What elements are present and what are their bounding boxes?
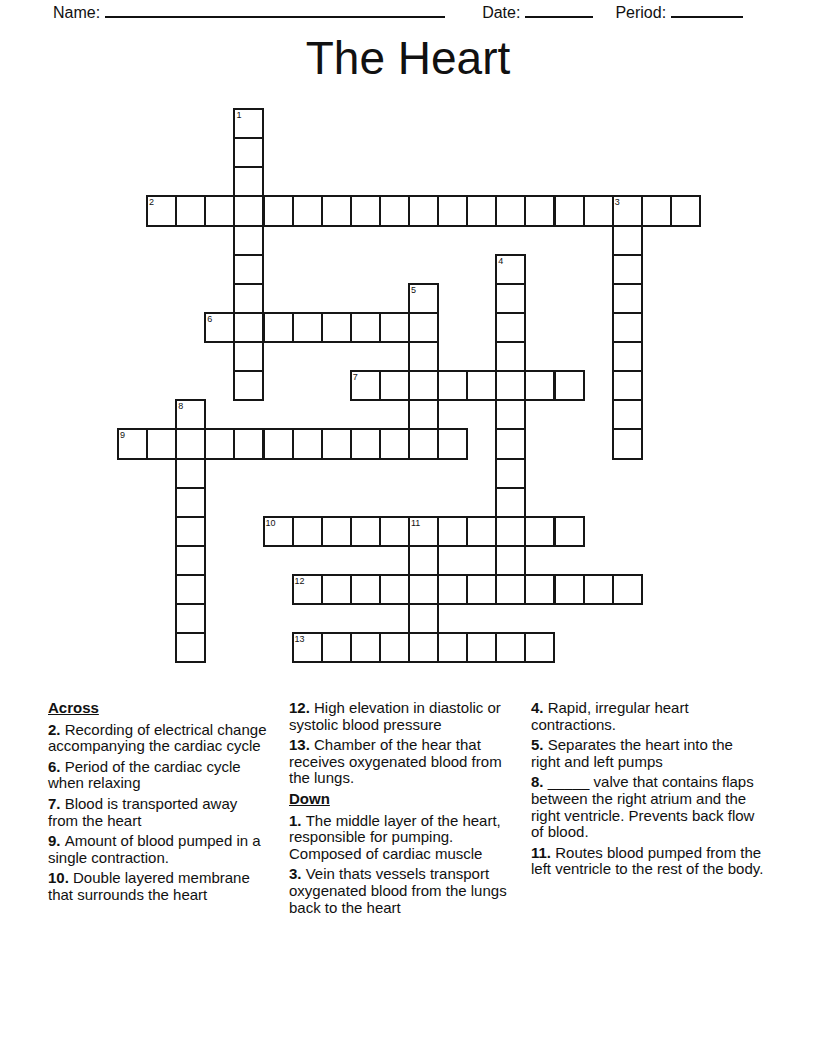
grid-cell-r9c9[interactable] [379, 370, 410, 401]
clue-across-13: 13. Chamber of the hear that receives ox… [289, 737, 525, 787]
grid-cell-r8c10[interactable] [408, 341, 439, 372]
grid-cell-r16c16[interactable] [583, 574, 614, 605]
grid-cell-r9c17[interactable] [612, 370, 643, 401]
grid-cell-r14c13[interactable] [495, 516, 526, 547]
grid-cell-r10c13[interactable] [495, 399, 526, 430]
grid-cell-r16c6[interactable]: 12 [292, 574, 323, 605]
grid-cell-r15c2[interactable] [175, 545, 206, 576]
clue-down-4: 4. Rapid, irregular heart contractions. [531, 700, 765, 733]
grid-cell-r14c10[interactable]: 11 [408, 516, 439, 547]
name-field[interactable] [105, 1, 445, 18]
grid-cell-r7c7[interactable] [321, 312, 352, 343]
down-header: Down [289, 791, 525, 808]
grid-cell-r7c3[interactable]: 6 [204, 312, 235, 343]
grid-cell-r16c11[interactable] [437, 574, 468, 605]
grid-cell-r7c13[interactable] [495, 312, 526, 343]
grid-cell-r11c11[interactable] [437, 428, 468, 459]
grid-cell-r18c9[interactable] [379, 632, 410, 663]
grid-cell-r15c13[interactable] [495, 545, 526, 576]
grid-cell-r3c8[interactable] [350, 195, 381, 226]
grid-cell-r11c6[interactable] [292, 428, 323, 459]
clue-number-4: 4 [498, 256, 503, 266]
grid-cell-r17c10[interactable] [408, 603, 439, 634]
grid-cell-r2c4[interactable] [233, 166, 264, 197]
grid-cell-r18c12[interactable] [466, 632, 497, 663]
grid-cell-r18c7[interactable] [321, 632, 352, 663]
grid-cell-r7c10[interactable] [408, 312, 439, 343]
puzzle-title: The Heart [0, 33, 816, 83]
grid-cell-r14c15[interactable] [554, 516, 585, 547]
grid-cell-r17c2[interactable] [175, 603, 206, 634]
grid-cell-r3c9[interactable] [379, 195, 410, 226]
grid-cell-r8c13[interactable] [495, 341, 526, 372]
clue-number-11: 11 [411, 518, 420, 528]
clue-across-10: 10. Double layered membrane that surroun… [48, 870, 270, 903]
grid-cell-r3c16[interactable] [583, 195, 614, 226]
grid-cell-r4c4[interactable] [233, 225, 264, 256]
clue-number-9: 9 [120, 430, 125, 440]
clue-across-12: 12. High elevation in diastolic or systo… [289, 700, 525, 733]
grid-cell-r14c9[interactable] [379, 516, 410, 547]
grid-cell-r9c15[interactable] [554, 370, 585, 401]
grid-cell-r14c2[interactable] [175, 516, 206, 547]
grid-cell-r6c13[interactable] [495, 283, 526, 314]
clue-down-8: 8. _____ valve that contains flaps betwe… [531, 774, 765, 840]
grid-cell-r7c4[interactable] [233, 312, 264, 343]
grid-cell-r3c7[interactable] [321, 195, 352, 226]
grid-cell-r16c7[interactable] [321, 574, 352, 605]
grid-cell-r3c15[interactable] [554, 195, 585, 226]
clue-down-3: 3. Vein thats vessels transport oxygenat… [289, 866, 525, 916]
grid-cell-r3c6[interactable] [292, 195, 323, 226]
grid-cell-r18c13[interactable] [495, 632, 526, 663]
grid-cell-r14c7[interactable] [321, 516, 352, 547]
grid-cell-r11c3[interactable] [204, 428, 235, 459]
grid-cell-r18c2[interactable] [175, 632, 206, 663]
grid-cell-r10c17[interactable] [612, 399, 643, 430]
grid-cell-r5c4[interactable] [233, 254, 264, 285]
date-field[interactable] [525, 1, 593, 18]
clue-number-13: 13 [295, 634, 305, 644]
clue-number-10: 10 [266, 518, 276, 528]
period-field[interactable] [671, 1, 743, 18]
grid-cell-r18c11[interactable] [437, 632, 468, 663]
clue-column-2: 12. High elevation in diastolic or systo… [289, 700, 525, 920]
grid-cell-r5c17[interactable] [612, 254, 643, 285]
grid-cell-r3c11[interactable] [437, 195, 468, 226]
grid-cell-r3c12[interactable] [466, 195, 497, 226]
grid-cell-r3c3[interactable] [204, 195, 235, 226]
grid-cell-r1c4[interactable] [233, 137, 264, 168]
grid-cell-r9c11[interactable] [437, 370, 468, 401]
clue-across-2: 2. Recording of electrical change accomp… [48, 722, 270, 755]
grid-cell-r7c5[interactable] [263, 312, 294, 343]
grid-cell-r11c9[interactable] [379, 428, 410, 459]
grid-cell-r11c4[interactable] [233, 428, 264, 459]
grid-cell-r9c4[interactable] [233, 370, 264, 401]
grid-cell-r3c2[interactable] [175, 195, 206, 226]
grid-cell-r18c14[interactable] [524, 632, 555, 663]
worksheet-header: Name: Date: Period: [53, 1, 733, 22]
grid-cell-r16c13[interactable] [495, 574, 526, 605]
grid-cell-r10c2[interactable]: 8 [175, 399, 206, 430]
period-label: Period: [615, 3, 666, 22]
grid-cell-r16c15[interactable] [554, 574, 585, 605]
clue-column-3: 4. Rapid, irregular heart contractions.5… [531, 700, 765, 882]
grid-cell-r6c17[interactable] [612, 283, 643, 314]
clue-number-1: 1 [236, 110, 241, 120]
grid-cell-r12c13[interactable] [495, 458, 526, 489]
grid-cell-r16c17[interactable] [612, 574, 643, 605]
grid-cell-r11c8[interactable] [350, 428, 381, 459]
grid-cell-r16c12[interactable] [466, 574, 497, 605]
grid-cell-r3c14[interactable] [524, 195, 555, 226]
grid-cell-r14c8[interactable] [350, 516, 381, 547]
clue-across-6: 6. Period of the cardiac cycle when rela… [48, 759, 270, 792]
grid-cell-r11c10[interactable] [408, 428, 439, 459]
grid-cell-r9c12[interactable] [466, 370, 497, 401]
clue-down-1: 1. The middle layer of the heart, respon… [289, 813, 525, 863]
grid-cell-r16c14[interactable] [524, 574, 555, 605]
grid-cell-r5c13[interactable]: 4 [495, 254, 526, 285]
grid-cell-r4c17[interactable] [612, 225, 643, 256]
grid-cell-r7c6[interactable] [292, 312, 323, 343]
grid-cell-r11c13[interactable] [495, 428, 526, 459]
clue-column-1: Across2. Recording of electrical change … [48, 700, 270, 908]
clue-number-2: 2 [149, 197, 154, 207]
clue-number-12: 12 [295, 576, 305, 586]
grid-cell-r8c4[interactable] [233, 341, 264, 372]
date-label: Date: [482, 3, 520, 22]
grid-cell-r16c8[interactable] [350, 574, 381, 605]
grid-cell-r3c17[interactable]: 3 [612, 195, 643, 226]
grid-cell-r11c2[interactable] [175, 428, 206, 459]
clue-across-9: 9. Amount of blood pumped in a single co… [48, 833, 270, 866]
grid-cell-r14c6[interactable] [292, 516, 323, 547]
grid-cell-r13c13[interactable] [495, 487, 526, 518]
grid-cell-r3c18[interactable] [641, 195, 672, 226]
clue-down-11: 11. Routes blood pumped from the left ve… [531, 845, 765, 878]
grid-cell-r10c10[interactable] [408, 399, 439, 430]
grid-cell-r13c2[interactable] [175, 487, 206, 518]
grid-cell-r9c8[interactable]: 7 [350, 370, 381, 401]
grid-cell-r12c2[interactable] [175, 458, 206, 489]
clue-number-8: 8 [178, 401, 183, 411]
grid-cell-r8c17[interactable] [612, 341, 643, 372]
grid-cell-r7c9[interactable] [379, 312, 410, 343]
grid-cell-r16c2[interactable] [175, 574, 206, 605]
grid-cell-r6c10[interactable]: 5 [408, 283, 439, 314]
clue-number-7: 7 [353, 372, 358, 382]
grid-cell-r9c13[interactable] [495, 370, 526, 401]
grid-cell-r9c14[interactable] [524, 370, 555, 401]
clue-across-7: 7. Blood is transported away from the he… [48, 796, 270, 829]
grid-cell-r16c9[interactable] [379, 574, 410, 605]
grid-cell-r7c8[interactable] [350, 312, 381, 343]
grid-cell-r18c6[interactable]: 13 [292, 632, 323, 663]
grid-cell-r11c17[interactable] [612, 428, 643, 459]
clue-down-5: 5. Separates the heart into the right an… [531, 737, 765, 770]
grid-cell-r11c7[interactable] [321, 428, 352, 459]
grid-cell-r18c8[interactable] [350, 632, 381, 663]
grid-cell-r7c17[interactable] [612, 312, 643, 343]
grid-cell-r3c1[interactable]: 2 [146, 195, 177, 226]
grid-cell-r3c13[interactable] [495, 195, 526, 226]
name-label: Name: [53, 3, 100, 22]
grid-cell-r3c10[interactable] [408, 195, 439, 226]
grid-cell-r11c5[interactable] [263, 428, 294, 459]
grid-cell-r3c19[interactable] [670, 195, 701, 226]
grid-cell-r15c10[interactable] [408, 545, 439, 576]
grid-cell-r14c5[interactable]: 10 [263, 516, 294, 547]
across-header: Across [48, 700, 270, 717]
grid-cell-r16c10[interactable] [408, 574, 439, 605]
grid-cell-r6c4[interactable] [233, 283, 264, 314]
grid-cell-r3c4[interactable] [233, 195, 264, 226]
grid-cell-r11c0[interactable]: 9 [117, 428, 148, 459]
grid-cell-r14c14[interactable] [524, 516, 555, 547]
clue-number-5: 5 [411, 285, 416, 295]
clue-number-3: 3 [615, 197, 620, 207]
grid-cell-r3c5[interactable] [263, 195, 294, 226]
clue-number-6: 6 [207, 314, 212, 324]
grid-cell-r0c4[interactable]: 1 [233, 108, 264, 139]
grid-cell-r9c10[interactable] [408, 370, 439, 401]
grid-cell-r14c11[interactable] [437, 516, 468, 547]
grid-cell-r14c12[interactable] [466, 516, 497, 547]
grid-cell-r18c10[interactable] [408, 632, 439, 663]
grid-cell-r11c1[interactable] [146, 428, 177, 459]
